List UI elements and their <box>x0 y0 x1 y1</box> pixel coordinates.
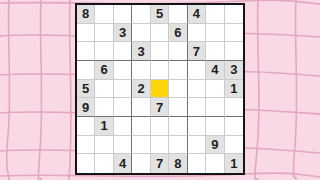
cell-r5c4[interactable]: 2 <box>132 80 150 99</box>
cell-r5c8[interactable] <box>206 80 224 99</box>
cell-r4c1[interactable] <box>77 61 95 80</box>
sudoku-board: 854363764352197194781 <box>75 3 245 175</box>
cell-r9c9[interactable]: 1 <box>225 154 243 173</box>
cell-r6c4[interactable] <box>132 98 150 117</box>
cell-r2c5[interactable] <box>151 24 169 43</box>
cell-r3c9[interactable] <box>225 42 243 61</box>
cell-r1c4[interactable] <box>132 5 150 24</box>
cell-r4c9[interactable]: 3 <box>225 61 243 80</box>
cell-r2c4[interactable] <box>132 24 150 43</box>
cell-r4c7[interactable] <box>188 61 206 80</box>
cell-r4c5[interactable] <box>151 61 169 80</box>
cell-r6c5[interactable]: 7 <box>151 98 169 117</box>
cell-r5c9[interactable]: 1 <box>225 80 243 99</box>
cell-r7c1[interactable] <box>77 117 95 136</box>
cell-r7c6[interactable] <box>169 117 187 136</box>
cell-r3c5[interactable] <box>151 42 169 61</box>
cell-r1c3[interactable] <box>114 5 132 24</box>
cell-r9c7[interactable] <box>188 154 206 173</box>
cell-r7c2[interactable]: 1 <box>95 117 113 136</box>
cell-r3c8[interactable] <box>206 42 224 61</box>
cell-r9c3[interactable]: 4 <box>114 154 132 173</box>
cell-r9c8[interactable] <box>206 154 224 173</box>
cell-r1c6[interactable] <box>169 5 187 24</box>
cell-r1c8[interactable] <box>206 5 224 24</box>
cell-r2c9[interactable] <box>225 24 243 43</box>
sudoku-screen: 854363764352197194781 <box>0 0 320 180</box>
cell-r8c3[interactable] <box>114 136 132 155</box>
cell-r7c5[interactable] <box>151 117 169 136</box>
cell-r9c6[interactable]: 8 <box>169 154 187 173</box>
cell-r5c3[interactable] <box>114 80 132 99</box>
cell-r9c5[interactable]: 7 <box>151 154 169 173</box>
cell-r9c4[interactable] <box>132 154 150 173</box>
cell-r5c5[interactable] <box>151 80 169 99</box>
cell-r5c7[interactable] <box>188 80 206 99</box>
cell-r2c2[interactable] <box>95 24 113 43</box>
cell-r1c7[interactable]: 4 <box>188 5 206 24</box>
cell-r4c6[interactable] <box>169 61 187 80</box>
cell-r6c8[interactable] <box>206 98 224 117</box>
cell-r6c3[interactable] <box>114 98 132 117</box>
cell-r3c3[interactable] <box>114 42 132 61</box>
cell-r7c8[interactable] <box>206 117 224 136</box>
cell-r3c1[interactable] <box>77 42 95 61</box>
cell-r3c6[interactable] <box>169 42 187 61</box>
cell-r8c7[interactable] <box>188 136 206 155</box>
cell-r2c7[interactable] <box>188 24 206 43</box>
cell-r8c4[interactable] <box>132 136 150 155</box>
cell-r8c9[interactable] <box>225 136 243 155</box>
cell-r9c2[interactable] <box>95 154 113 173</box>
cell-r1c1[interactable]: 8 <box>77 5 95 24</box>
cell-r8c1[interactable] <box>77 136 95 155</box>
cell-r8c2[interactable] <box>95 136 113 155</box>
cell-r6c2[interactable] <box>95 98 113 117</box>
cell-r7c7[interactable] <box>188 117 206 136</box>
cell-r5c2[interactable] <box>95 80 113 99</box>
cell-r9c1[interactable] <box>77 154 95 173</box>
cell-r8c5[interactable] <box>151 136 169 155</box>
cell-r7c9[interactable] <box>225 117 243 136</box>
cell-r6c9[interactable] <box>225 98 243 117</box>
cell-r6c6[interactable] <box>169 98 187 117</box>
cell-r3c7[interactable]: 7 <box>188 42 206 61</box>
cell-r3c2[interactable] <box>95 42 113 61</box>
cell-r4c3[interactable] <box>114 61 132 80</box>
cell-r7c4[interactable] <box>132 117 150 136</box>
cell-r2c8[interactable] <box>206 24 224 43</box>
cell-r2c3[interactable]: 3 <box>114 24 132 43</box>
cell-r5c6[interactable] <box>169 80 187 99</box>
cell-r7c3[interactable] <box>114 117 132 136</box>
cell-r4c8[interactable]: 4 <box>206 61 224 80</box>
cell-r4c2[interactable]: 6 <box>95 61 113 80</box>
cell-r3c4[interactable]: 3 <box>132 42 150 61</box>
cell-r8c8[interactable]: 9 <box>206 136 224 155</box>
cell-r5c1[interactable]: 5 <box>77 80 95 99</box>
cell-r2c6[interactable]: 6 <box>169 24 187 43</box>
cell-r8c6[interactable] <box>169 136 187 155</box>
cell-r1c9[interactable] <box>225 5 243 24</box>
cell-r1c5[interactable]: 5 <box>151 5 169 24</box>
cell-r6c1[interactable]: 9 <box>77 98 95 117</box>
cell-r2c1[interactable] <box>77 24 95 43</box>
cell-r6c7[interactable] <box>188 98 206 117</box>
cell-r1c2[interactable] <box>95 5 113 24</box>
cell-r4c4[interactable] <box>132 61 150 80</box>
